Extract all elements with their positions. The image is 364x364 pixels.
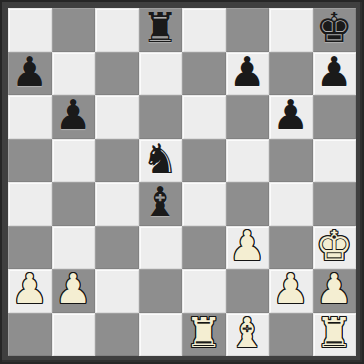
square-g8[interactable] bbox=[269, 8, 313, 52]
piece-black-pawn: ♟ bbox=[55, 95, 92, 137]
square-h1[interactable]: ♜ bbox=[313, 313, 357, 357]
square-a5[interactable] bbox=[8, 139, 52, 183]
square-d8[interactable]: ♜ bbox=[139, 8, 183, 52]
square-a2[interactable]: ♟ bbox=[8, 269, 52, 313]
square-e2[interactable] bbox=[182, 269, 226, 313]
square-e5[interactable] bbox=[182, 139, 226, 183]
square-b3[interactable] bbox=[52, 226, 96, 270]
piece-white-pawn: ♟ bbox=[55, 269, 92, 311]
square-d1[interactable] bbox=[139, 313, 183, 357]
square-d2[interactable] bbox=[139, 269, 183, 313]
square-f4[interactable] bbox=[226, 182, 270, 226]
square-e1[interactable]: ♜ bbox=[182, 313, 226, 357]
square-e4[interactable] bbox=[182, 182, 226, 226]
square-c1[interactable] bbox=[95, 313, 139, 357]
square-d7[interactable] bbox=[139, 52, 183, 96]
square-e3[interactable] bbox=[182, 226, 226, 270]
square-c2[interactable] bbox=[95, 269, 139, 313]
piece-black-king: ♚ bbox=[316, 8, 353, 50]
square-d6[interactable] bbox=[139, 95, 183, 139]
piece-white-pawn: ♟ bbox=[272, 269, 309, 311]
square-f8[interactable] bbox=[226, 8, 270, 52]
square-f6[interactable] bbox=[226, 95, 270, 139]
piece-black-pawn: ♟ bbox=[229, 52, 266, 94]
square-g5[interactable] bbox=[269, 139, 313, 183]
square-a7[interactable]: ♟ bbox=[8, 52, 52, 96]
square-f7[interactable]: ♟ bbox=[226, 52, 270, 96]
square-h5[interactable] bbox=[313, 139, 357, 183]
piece-white-rook: ♜ bbox=[316, 313, 353, 355]
square-d5[interactable]: ♞ bbox=[139, 139, 183, 183]
square-a1[interactable] bbox=[8, 313, 52, 357]
square-e7[interactable] bbox=[182, 52, 226, 96]
square-g3[interactable] bbox=[269, 226, 313, 270]
square-g2[interactable]: ♟ bbox=[269, 269, 313, 313]
chess-board: ♜♚♟♟♟♟♟♞♝♟♚♟♟♟♟♜♝♜ bbox=[8, 8, 356, 356]
square-b4[interactable] bbox=[52, 182, 96, 226]
piece-black-pawn: ♟ bbox=[11, 52, 48, 94]
square-c6[interactable] bbox=[95, 95, 139, 139]
square-h3[interactable]: ♚ bbox=[313, 226, 357, 270]
square-a6[interactable] bbox=[8, 95, 52, 139]
square-e8[interactable] bbox=[182, 8, 226, 52]
square-f2[interactable] bbox=[226, 269, 270, 313]
piece-black-pawn: ♟ bbox=[316, 52, 353, 94]
square-b5[interactable] bbox=[52, 139, 96, 183]
square-b6[interactable]: ♟ bbox=[52, 95, 96, 139]
square-g6[interactable]: ♟ bbox=[269, 95, 313, 139]
square-c3[interactable] bbox=[95, 226, 139, 270]
square-h6[interactable] bbox=[313, 95, 357, 139]
piece-black-bishop: ♝ bbox=[142, 182, 179, 224]
piece-black-knight: ♞ bbox=[142, 139, 179, 181]
square-b1[interactable] bbox=[52, 313, 96, 357]
square-h4[interactable] bbox=[313, 182, 357, 226]
square-f3[interactable]: ♟ bbox=[226, 226, 270, 270]
square-d4[interactable]: ♝ bbox=[139, 182, 183, 226]
piece-white-rook: ♜ bbox=[185, 313, 222, 355]
square-g7[interactable] bbox=[269, 52, 313, 96]
square-a3[interactable] bbox=[8, 226, 52, 270]
piece-white-bishop: ♝ bbox=[229, 313, 266, 355]
square-g4[interactable] bbox=[269, 182, 313, 226]
piece-white-king: ♚ bbox=[316, 226, 353, 268]
square-b7[interactable] bbox=[52, 52, 96, 96]
square-h8[interactable]: ♚ bbox=[313, 8, 357, 52]
square-c7[interactable] bbox=[95, 52, 139, 96]
square-a4[interactable] bbox=[8, 182, 52, 226]
square-f5[interactable] bbox=[226, 139, 270, 183]
square-c8[interactable] bbox=[95, 8, 139, 52]
square-c5[interactable] bbox=[95, 139, 139, 183]
square-e6[interactable] bbox=[182, 95, 226, 139]
square-g1[interactable] bbox=[269, 313, 313, 357]
square-f1[interactable]: ♝ bbox=[226, 313, 270, 357]
piece-black-pawn: ♟ bbox=[272, 95, 309, 137]
square-h2[interactable]: ♟ bbox=[313, 269, 357, 313]
piece-white-pawn: ♟ bbox=[11, 269, 48, 311]
square-c4[interactable] bbox=[95, 182, 139, 226]
square-h7[interactable]: ♟ bbox=[313, 52, 357, 96]
square-d3[interactable] bbox=[139, 226, 183, 270]
square-b2[interactable]: ♟ bbox=[52, 269, 96, 313]
piece-black-rook: ♜ bbox=[142, 8, 179, 50]
square-b8[interactable] bbox=[52, 8, 96, 52]
chess-board-frame: ♜♚♟♟♟♟♟♞♝♟♚♟♟♟♟♜♝♜ bbox=[0, 0, 364, 364]
square-a8[interactable] bbox=[8, 8, 52, 52]
piece-white-pawn: ♟ bbox=[316, 269, 353, 311]
piece-white-pawn: ♟ bbox=[229, 226, 266, 268]
